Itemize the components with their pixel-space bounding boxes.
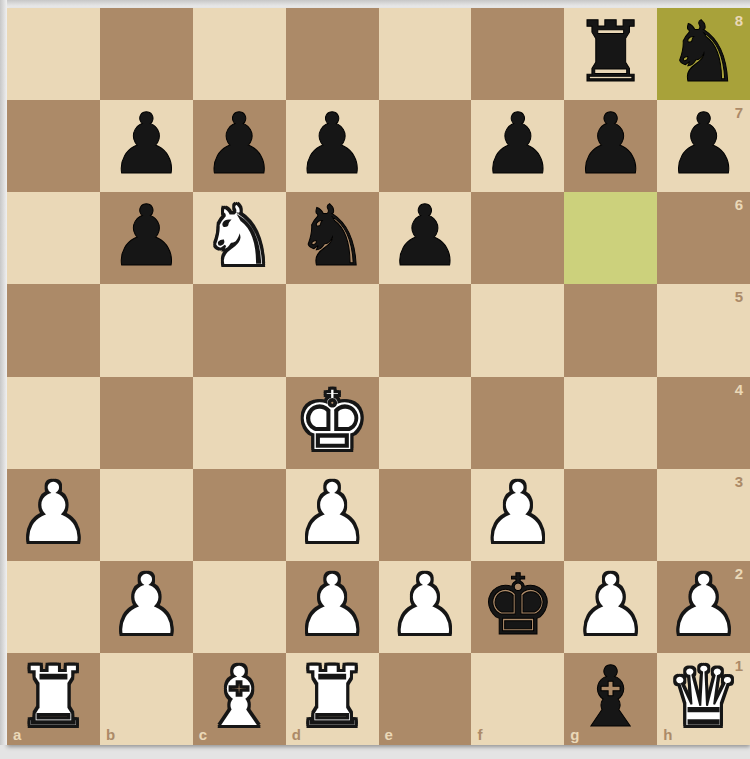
white-pawn-piece[interactable]: ♟ xyxy=(387,559,462,651)
square-c1[interactable]: c♝ xyxy=(193,653,286,745)
square-e1[interactable]: e xyxy=(379,653,472,745)
black-pawn-piece[interactable]: ♟ xyxy=(202,98,277,190)
square-g6[interactable] xyxy=(564,192,657,284)
square-a5[interactable] xyxy=(7,284,100,376)
rank-label-1: 1 xyxy=(735,657,743,674)
square-a8[interactable] xyxy=(7,8,100,100)
file-label-d: d xyxy=(292,726,301,743)
file-label-f: f xyxy=(477,726,482,743)
white-pawn-piece[interactable]: ♟ xyxy=(294,559,369,651)
square-d3[interactable]: ♟ xyxy=(286,469,379,561)
chess-board: ♜8♞♟♟♟♟♟7♟♟♞♞♟65♚4♟♟♟3♟♟♟♚♟2♟a♜bc♝d♜efg♝… xyxy=(7,8,750,745)
square-d7[interactable]: ♟ xyxy=(286,100,379,192)
square-d5[interactable] xyxy=(286,284,379,376)
white-rook-piece[interactable]: ♜ xyxy=(294,651,369,743)
black-pawn-piece[interactable]: ♟ xyxy=(480,98,555,190)
square-g3[interactable] xyxy=(564,469,657,561)
square-d6[interactable]: ♞ xyxy=(286,192,379,284)
rank-label-3: 3 xyxy=(735,473,743,490)
square-e2[interactable]: ♟ xyxy=(379,561,472,653)
square-b8[interactable] xyxy=(100,8,193,100)
square-a7[interactable] xyxy=(7,100,100,192)
file-label-c: c xyxy=(199,726,207,743)
file-label-a: a xyxy=(13,726,21,743)
square-e5[interactable] xyxy=(379,284,472,376)
file-label-b: b xyxy=(106,726,115,743)
square-d1[interactable]: d♜ xyxy=(286,653,379,745)
square-d8[interactable] xyxy=(286,8,379,100)
square-f4[interactable] xyxy=(471,377,564,469)
black-rook-piece[interactable]: ♜ xyxy=(573,6,648,98)
square-b5[interactable] xyxy=(100,284,193,376)
square-h1[interactable]: 1h♛ xyxy=(657,653,750,745)
black-pawn-piece[interactable]: ♟ xyxy=(666,98,741,190)
black-pawn-piece[interactable]: ♟ xyxy=(573,98,648,190)
square-e4[interactable] xyxy=(379,377,472,469)
black-pawn-piece[interactable]: ♟ xyxy=(294,98,369,190)
square-b4[interactable] xyxy=(100,377,193,469)
rank-label-2: 2 xyxy=(735,565,743,582)
square-e6[interactable]: ♟ xyxy=(379,192,472,284)
square-d2[interactable]: ♟ xyxy=(286,561,379,653)
rank-label-7: 7 xyxy=(735,104,743,121)
square-f2[interactable]: ♚ xyxy=(471,561,564,653)
black-pawn-piece[interactable]: ♟ xyxy=(109,190,184,282)
black-king-piece[interactable]: ♚ xyxy=(480,559,555,651)
file-label-e: e xyxy=(385,726,393,743)
square-h2[interactable]: 2♟ xyxy=(657,561,750,653)
square-g4[interactable] xyxy=(564,377,657,469)
square-c4[interactable] xyxy=(193,377,286,469)
square-g5[interactable] xyxy=(564,284,657,376)
white-pawn-piece[interactable]: ♟ xyxy=(16,467,91,559)
square-h5[interactable]: 5 xyxy=(657,284,750,376)
square-b6[interactable]: ♟ xyxy=(100,192,193,284)
square-e3[interactable] xyxy=(379,469,472,561)
square-f8[interactable] xyxy=(471,8,564,100)
white-pawn-piece[interactable]: ♟ xyxy=(109,559,184,651)
black-knight-piece[interactable]: ♞ xyxy=(666,6,741,98)
square-h3[interactable]: 3 xyxy=(657,469,750,561)
square-c3[interactable] xyxy=(193,469,286,561)
square-b3[interactable] xyxy=(100,469,193,561)
square-a4[interactable] xyxy=(7,377,100,469)
white-king-piece[interactable]: ♚ xyxy=(294,375,369,467)
square-h8[interactable]: 8♞ xyxy=(657,8,750,100)
page: ♜8♞♟♟♟♟♟7♟♟♞♞♟65♚4♟♟♟3♟♟♟♚♟2♟a♜bc♝d♜efg♝… xyxy=(0,0,750,759)
page-margin-left xyxy=(0,0,7,745)
square-e8[interactable] xyxy=(379,8,472,100)
black-bishop-piece[interactable]: ♝ xyxy=(573,651,648,743)
rank-label-4: 4 xyxy=(735,381,743,398)
square-f1[interactable]: f xyxy=(471,653,564,745)
square-f5[interactable] xyxy=(471,284,564,376)
white-rook-piece[interactable]: ♜ xyxy=(16,651,91,743)
square-g2[interactable]: ♟ xyxy=(564,561,657,653)
square-g7[interactable]: ♟ xyxy=(564,100,657,192)
black-pawn-piece[interactable]: ♟ xyxy=(109,98,184,190)
white-pawn-piece[interactable]: ♟ xyxy=(294,467,369,559)
square-b7[interactable]: ♟ xyxy=(100,100,193,192)
square-h7[interactable]: 7♟ xyxy=(657,100,750,192)
square-c6[interactable]: ♞ xyxy=(193,192,286,284)
white-pawn-piece[interactable]: ♟ xyxy=(666,559,741,651)
white-bishop-piece[interactable]: ♝ xyxy=(202,651,277,743)
square-f3[interactable]: ♟ xyxy=(471,469,564,561)
black-pawn-piece[interactable]: ♟ xyxy=(387,190,462,282)
rank-label-6: 6 xyxy=(735,196,743,213)
square-c2[interactable] xyxy=(193,561,286,653)
white-pawn-piece[interactable]: ♟ xyxy=(573,559,648,651)
square-h4[interactable]: 4 xyxy=(657,377,750,469)
rank-label-8: 8 xyxy=(735,12,743,29)
black-knight-piece[interactable]: ♞ xyxy=(294,190,369,282)
square-c8[interactable] xyxy=(193,8,286,100)
square-g1[interactable]: g♝ xyxy=(564,653,657,745)
square-b2[interactable]: ♟ xyxy=(100,561,193,653)
square-a1[interactable]: a♜ xyxy=(7,653,100,745)
square-b1[interactable]: b xyxy=(100,653,193,745)
square-a3[interactable]: ♟ xyxy=(7,469,100,561)
square-d4[interactable]: ♚ xyxy=(286,377,379,469)
square-g8[interactable]: ♜ xyxy=(564,8,657,100)
square-a6[interactable] xyxy=(7,192,100,284)
square-c5[interactable] xyxy=(193,284,286,376)
file-label-g: g xyxy=(570,726,579,743)
rank-label-5: 5 xyxy=(735,288,743,305)
square-c7[interactable]: ♟ xyxy=(193,100,286,192)
file-label-h: h xyxy=(663,726,672,743)
square-a2[interactable] xyxy=(7,561,100,653)
square-e7[interactable] xyxy=(379,100,472,192)
white-knight-piece[interactable]: ♞ xyxy=(202,190,277,282)
square-h6[interactable]: 6 xyxy=(657,192,750,284)
white-pawn-piece[interactable]: ♟ xyxy=(480,467,555,559)
square-f6[interactable] xyxy=(471,192,564,284)
square-f7[interactable]: ♟ xyxy=(471,100,564,192)
white-queen-piece[interactable]: ♛ xyxy=(666,651,741,743)
